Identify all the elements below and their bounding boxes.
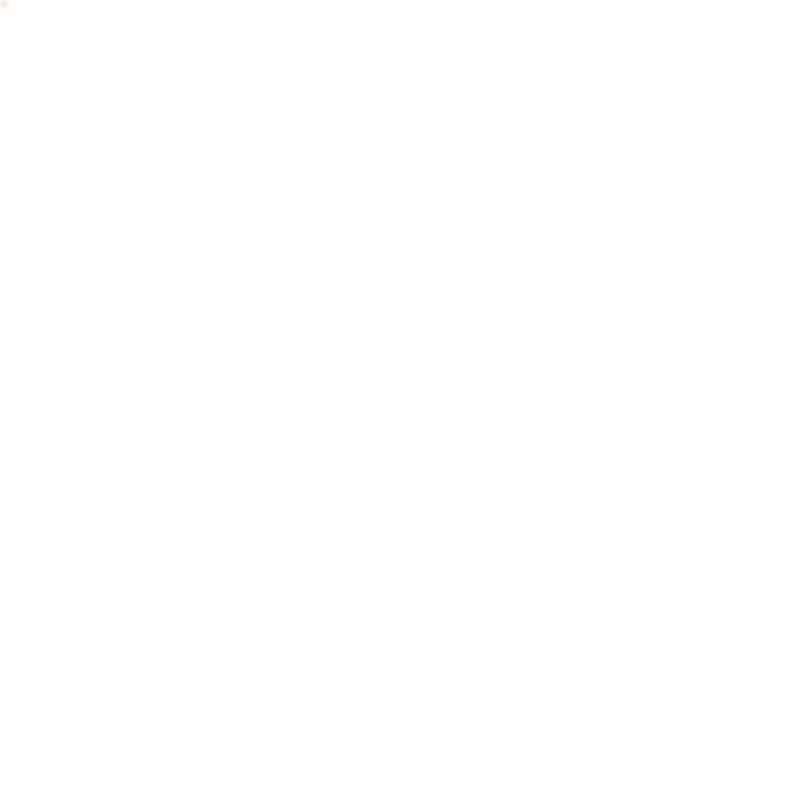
scene [0, 0, 800, 800]
